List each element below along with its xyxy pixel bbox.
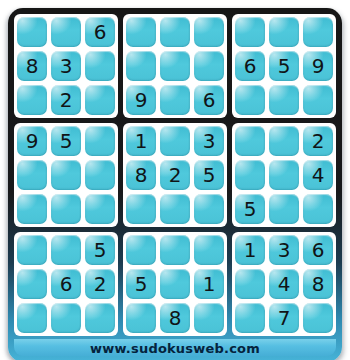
box-r2c1: 95: [14, 123, 118, 227]
cell-r8c4[interactable]: 5: [126, 269, 156, 299]
cell-r4c6[interactable]: 3: [194, 126, 224, 156]
cell-r5c5[interactable]: 2: [160, 160, 190, 190]
cell-r7c5[interactable]: [160, 235, 190, 265]
cell-r3c8[interactable]: [269, 85, 299, 115]
cell-r6c8[interactable]: [269, 194, 299, 224]
cell-r7c6[interactable]: [194, 235, 224, 265]
cell-r5c9[interactable]: 4: [303, 160, 333, 190]
cell-r3c2[interactable]: 2: [51, 85, 81, 115]
box-r1c3: 659: [232, 14, 336, 118]
cell-r5c8[interactable]: [269, 160, 299, 190]
cell-r3c7[interactable]: [235, 85, 265, 115]
cell-r4c3[interactable]: [85, 126, 115, 156]
cell-r4c4[interactable]: 1: [126, 126, 156, 156]
cell-r9c2[interactable]: [51, 303, 81, 333]
cell-r2c3[interactable]: [85, 51, 115, 81]
cell-r9c4[interactable]: [126, 303, 156, 333]
sudoku-board: 6832966599513825245562518136487 www.sudo…: [8, 8, 342, 360]
box-r3c1: 562: [14, 232, 118, 336]
box-r3c2: 518: [123, 232, 227, 336]
cell-r1c3[interactable]: 6: [85, 17, 115, 47]
sudoku-grid: 6832966599513825245562518136487: [14, 14, 336, 336]
cell-r5c7[interactable]: [235, 160, 265, 190]
cell-r6c6[interactable]: [194, 194, 224, 224]
cell-r8c6[interactable]: 1: [194, 269, 224, 299]
cell-r2c7[interactable]: 6: [235, 51, 265, 81]
box-r3c3: 136487: [232, 232, 336, 336]
cell-r3c1[interactable]: [17, 85, 47, 115]
cell-r6c4[interactable]: [126, 194, 156, 224]
box-r1c1: 6832: [14, 14, 118, 118]
box-r2c2: 13825: [123, 123, 227, 227]
cell-r5c4[interactable]: 8: [126, 160, 156, 190]
cell-r7c9[interactable]: 6: [303, 235, 333, 265]
cell-r4c2[interactable]: 5: [51, 126, 81, 156]
cell-r9c8[interactable]: 7: [269, 303, 299, 333]
cell-r3c4[interactable]: 9: [126, 85, 156, 115]
cell-r6c9[interactable]: [303, 194, 333, 224]
cell-r8c7[interactable]: [235, 269, 265, 299]
cell-r8c5[interactable]: [160, 269, 190, 299]
cell-r1c5[interactable]: [160, 17, 190, 47]
box-r2c3: 245: [232, 123, 336, 227]
cell-r1c9[interactable]: [303, 17, 333, 47]
cell-r7c7[interactable]: 1: [235, 235, 265, 265]
cell-r2c8[interactable]: 5: [269, 51, 299, 81]
cell-r9c6[interactable]: [194, 303, 224, 333]
cell-r3c3[interactable]: [85, 85, 115, 115]
cell-r3c5[interactable]: [160, 85, 190, 115]
cell-r3c9[interactable]: [303, 85, 333, 115]
cell-r7c1[interactable]: [17, 235, 47, 265]
cell-r2c2[interactable]: 3: [51, 51, 81, 81]
cell-r2c1[interactable]: 8: [17, 51, 47, 81]
cell-r1c2[interactable]: [51, 17, 81, 47]
cell-r9c3[interactable]: [85, 303, 115, 333]
cell-r4c7[interactable]: [235, 126, 265, 156]
cell-r5c3[interactable]: [85, 160, 115, 190]
cell-r1c8[interactable]: [269, 17, 299, 47]
cell-r8c1[interactable]: [17, 269, 47, 299]
cell-r4c9[interactable]: 2: [303, 126, 333, 156]
cell-r3c6[interactable]: 6: [194, 85, 224, 115]
cell-r1c4[interactable]: [126, 17, 156, 47]
cell-r4c8[interactable]: [269, 126, 299, 156]
cell-r7c3[interactable]: 5: [85, 235, 115, 265]
cell-r6c5[interactable]: [160, 194, 190, 224]
cell-r7c2[interactable]: [51, 235, 81, 265]
cell-r9c7[interactable]: [235, 303, 265, 333]
cell-r2c9[interactable]: 9: [303, 51, 333, 81]
site-url-link[interactable]: www.sudokusweb.com: [90, 341, 260, 356]
cell-r1c6[interactable]: [194, 17, 224, 47]
cell-r7c4[interactable]: [126, 235, 156, 265]
footer-bar: www.sudokusweb.com: [14, 339, 336, 356]
cell-r6c1[interactable]: [17, 194, 47, 224]
cell-r5c6[interactable]: 5: [194, 160, 224, 190]
cell-r8c2[interactable]: 6: [51, 269, 81, 299]
cell-r7c8[interactable]: 3: [269, 235, 299, 265]
cell-r1c1[interactable]: [17, 17, 47, 47]
cell-r5c1[interactable]: [17, 160, 47, 190]
cell-r6c7[interactable]: 5: [235, 194, 265, 224]
cell-r9c5[interactable]: 8: [160, 303, 190, 333]
cell-r9c1[interactable]: [17, 303, 47, 333]
cell-r2c4[interactable]: [126, 51, 156, 81]
cell-r6c2[interactable]: [51, 194, 81, 224]
cell-r6c3[interactable]: [85, 194, 115, 224]
cell-r2c5[interactable]: [160, 51, 190, 81]
cell-r9c9[interactable]: [303, 303, 333, 333]
cell-r8c3[interactable]: 2: [85, 269, 115, 299]
cell-r4c1[interactable]: 9: [17, 126, 47, 156]
cell-r8c9[interactable]: 8: [303, 269, 333, 299]
cell-r1c7[interactable]: [235, 17, 265, 47]
cell-r4c5[interactable]: [160, 126, 190, 156]
cell-r2c6[interactable]: [194, 51, 224, 81]
cell-r5c2[interactable]: [51, 160, 81, 190]
box-r1c2: 96: [123, 14, 227, 118]
cell-r8c8[interactable]: 4: [269, 269, 299, 299]
